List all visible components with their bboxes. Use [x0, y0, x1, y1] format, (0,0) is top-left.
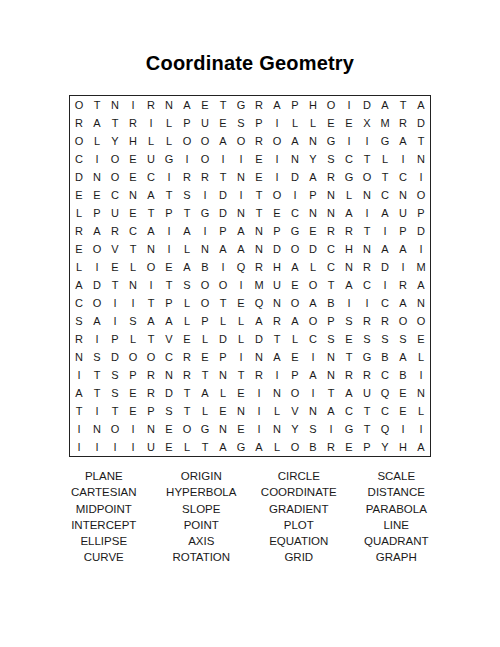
- grid-cell[interactable]: O: [268, 186, 286, 204]
- grid-cell[interactable]: R: [376, 312, 394, 330]
- grid-cell[interactable]: S: [304, 420, 322, 438]
- grid-cell[interactable]: L: [178, 294, 196, 312]
- grid-cell[interactable]: I: [358, 294, 376, 312]
- grid-cell[interactable]: A: [214, 240, 232, 258]
- grid-cell[interactable]: P: [160, 294, 178, 312]
- grid-cell[interactable]: E: [196, 96, 214, 114]
- grid-cell[interactable]: R: [250, 96, 268, 114]
- grid-cell[interactable]: D: [268, 240, 286, 258]
- grid-cell[interactable]: L: [70, 258, 88, 276]
- grid-cell[interactable]: E: [304, 222, 322, 240]
- grid-cell[interactable]: E: [340, 330, 358, 348]
- grid-cell[interactable]: L: [142, 132, 160, 150]
- grid-cell[interactable]: D: [70, 168, 88, 186]
- grid-cell[interactable]: A: [88, 114, 106, 132]
- grid-cell[interactable]: O: [70, 96, 88, 114]
- grid-cell[interactable]: N: [88, 420, 106, 438]
- grid-cell[interactable]: E: [70, 186, 88, 204]
- grid-cell[interactable]: I: [106, 438, 124, 456]
- grid-cell[interactable]: O: [286, 294, 304, 312]
- grid-cell[interactable]: I: [394, 150, 412, 168]
- grid-cell[interactable]: A: [304, 366, 322, 384]
- grid-cell[interactable]: O: [394, 312, 412, 330]
- grid-cell[interactable]: N: [322, 348, 340, 366]
- grid-cell[interactable]: C: [394, 168, 412, 186]
- grid-cell[interactable]: E: [340, 438, 358, 456]
- grid-cell[interactable]: L: [178, 312, 196, 330]
- grid-cell[interactable]: E: [160, 438, 178, 456]
- grid-cell[interactable]: L: [196, 402, 214, 420]
- grid-cell[interactable]: R: [70, 114, 88, 132]
- grid-cell[interactable]: G: [196, 420, 214, 438]
- grid-cell[interactable]: C: [340, 402, 358, 420]
- grid-cell[interactable]: I: [88, 330, 106, 348]
- grid-cell[interactable]: P: [124, 366, 142, 384]
- grid-cell[interactable]: T: [70, 402, 88, 420]
- grid-cell[interactable]: L: [286, 330, 304, 348]
- grid-cell[interactable]: T: [268, 330, 286, 348]
- grid-cell[interactable]: E: [250, 168, 268, 186]
- grid-cell[interactable]: S: [394, 330, 412, 348]
- grid-cell[interactable]: Q: [232, 258, 250, 276]
- grid-cell[interactable]: S: [88, 348, 106, 366]
- grid-cell[interactable]: A: [160, 312, 178, 330]
- grid-cell[interactable]: I: [142, 276, 160, 294]
- grid-cell[interactable]: I: [88, 150, 106, 168]
- grid-cell[interactable]: P: [196, 312, 214, 330]
- grid-cell[interactable]: O: [106, 168, 124, 186]
- grid-cell[interactable]: R: [250, 366, 268, 384]
- grid-cell[interactable]: E: [214, 114, 232, 132]
- grid-cell[interactable]: O: [412, 312, 430, 330]
- grid-cell[interactable]: U: [358, 384, 376, 402]
- grid-cell[interactable]: V: [160, 330, 178, 348]
- grid-cell[interactable]: I: [232, 186, 250, 204]
- grid-cell[interactable]: I: [160, 240, 178, 258]
- grid-cell[interactable]: L: [160, 132, 178, 150]
- grid-cell[interactable]: I: [178, 150, 196, 168]
- grid-cell[interactable]: D: [358, 96, 376, 114]
- grid-cell[interactable]: I: [376, 276, 394, 294]
- grid-cell[interactable]: I: [268, 114, 286, 132]
- grid-cell[interactable]: N: [232, 204, 250, 222]
- grid-cell[interactable]: T: [160, 186, 178, 204]
- grid-cell[interactable]: O: [304, 276, 322, 294]
- grid-cell[interactable]: I: [250, 402, 268, 420]
- grid-cell[interactable]: N: [268, 384, 286, 402]
- grid-cell[interactable]: B: [394, 366, 412, 384]
- grid-cell[interactable]: E: [286, 348, 304, 366]
- grid-cell[interactable]: O: [142, 348, 160, 366]
- grid-cell[interactable]: O: [304, 312, 322, 330]
- grid-cell[interactable]: A: [70, 384, 88, 402]
- grid-cell[interactable]: H: [124, 132, 142, 150]
- grid-cell[interactable]: S: [178, 276, 196, 294]
- grid-cell[interactable]: C: [160, 348, 178, 366]
- grid-cell[interactable]: A: [286, 258, 304, 276]
- grid-cell[interactable]: T: [106, 276, 124, 294]
- grid-cell[interactable]: O: [286, 438, 304, 456]
- grid-cell[interactable]: C: [322, 258, 340, 276]
- grid-cell[interactable]: L: [232, 312, 250, 330]
- grid-cell[interactable]: E: [160, 420, 178, 438]
- grid-cell[interactable]: S: [322, 330, 340, 348]
- grid-cell[interactable]: P: [412, 204, 430, 222]
- grid-cell[interactable]: V: [106, 240, 124, 258]
- grid-cell[interactable]: Y: [304, 150, 322, 168]
- grid-cell[interactable]: N: [304, 402, 322, 420]
- grid-cell[interactable]: N: [88, 168, 106, 186]
- grid-cell[interactable]: R: [142, 96, 160, 114]
- grid-cell[interactable]: I: [394, 258, 412, 276]
- grid-cell[interactable]: R: [358, 312, 376, 330]
- grid-cell[interactable]: T: [358, 420, 376, 438]
- grid-cell[interactable]: A: [412, 276, 430, 294]
- grid-cell[interactable]: U: [394, 204, 412, 222]
- grid-cell[interactable]: N: [394, 186, 412, 204]
- grid-cell[interactable]: C: [70, 150, 88, 168]
- grid-cell[interactable]: O: [178, 132, 196, 150]
- grid-cell[interactable]: O: [106, 420, 124, 438]
- grid-cell[interactable]: L: [304, 114, 322, 132]
- grid-cell[interactable]: I: [412, 420, 430, 438]
- grid-cell[interactable]: E: [70, 240, 88, 258]
- grid-cell[interactable]: I: [70, 366, 88, 384]
- grid-cell[interactable]: D: [106, 348, 124, 366]
- grid-cell[interactable]: I: [232, 150, 250, 168]
- grid-cell[interactable]: I: [196, 186, 214, 204]
- grid-cell[interactable]: T: [142, 330, 160, 348]
- grid-cell[interactable]: R: [70, 222, 88, 240]
- grid-cell[interactable]: T: [88, 366, 106, 384]
- grid-cell[interactable]: A: [376, 96, 394, 114]
- grid-cell[interactable]: E: [160, 258, 178, 276]
- grid-cell[interactable]: S: [70, 312, 88, 330]
- grid-cell[interactable]: P: [394, 222, 412, 240]
- grid-cell[interactable]: C: [70, 294, 88, 312]
- grid-cell[interactable]: A: [214, 438, 232, 456]
- grid-cell[interactable]: I: [268, 168, 286, 186]
- grid-cell[interactable]: T: [232, 366, 250, 384]
- grid-cell[interactable]: E: [250, 150, 268, 168]
- grid-cell[interactable]: N: [358, 186, 376, 204]
- grid-cell[interactable]: A: [394, 294, 412, 312]
- grid-cell[interactable]: C: [376, 186, 394, 204]
- grid-cell[interactable]: R: [394, 276, 412, 294]
- grid-cell[interactable]: T: [196, 438, 214, 456]
- grid-cell[interactable]: Q: [250, 294, 268, 312]
- grid-cell[interactable]: C: [106, 186, 124, 204]
- grid-cell[interactable]: S: [160, 402, 178, 420]
- grid-cell[interactable]: D: [214, 186, 232, 204]
- grid-cell[interactable]: I: [340, 96, 358, 114]
- grid-cell[interactable]: N: [286, 150, 304, 168]
- grid-cell[interactable]: E: [124, 204, 142, 222]
- grid-cell[interactable]: N: [214, 366, 232, 384]
- grid-cell[interactable]: B: [376, 348, 394, 366]
- grid-cell[interactable]: I: [232, 276, 250, 294]
- grid-cell[interactable]: I: [106, 294, 124, 312]
- grid-cell[interactable]: I: [214, 150, 232, 168]
- grid-cell[interactable]: S: [340, 312, 358, 330]
- grid-cell[interactable]: I: [358, 132, 376, 150]
- grid-cell[interactable]: T: [412, 132, 430, 150]
- grid-cell[interactable]: I: [88, 438, 106, 456]
- grid-cell[interactable]: G: [196, 204, 214, 222]
- grid-cell[interactable]: I: [106, 312, 124, 330]
- grid-cell[interactable]: O: [286, 384, 304, 402]
- grid-cell[interactable]: A: [142, 186, 160, 204]
- grid-cell[interactable]: I: [88, 402, 106, 420]
- grid-cell[interactable]: R: [394, 114, 412, 132]
- grid-cell[interactable]: U: [142, 150, 160, 168]
- grid-cell[interactable]: O: [142, 258, 160, 276]
- grid-cell[interactable]: N: [160, 366, 178, 384]
- grid-cell[interactable]: G: [376, 132, 394, 150]
- grid-cell[interactable]: E: [268, 204, 286, 222]
- grid-cell[interactable]: R: [142, 384, 160, 402]
- grid-cell[interactable]: E: [106, 258, 124, 276]
- grid-cell[interactable]: A: [322, 402, 340, 420]
- grid-cell[interactable]: I: [196, 222, 214, 240]
- grid-cell[interactable]: E: [232, 294, 250, 312]
- grid-cell[interactable]: A: [178, 222, 196, 240]
- grid-cell[interactable]: A: [304, 168, 322, 186]
- grid-cell[interactable]: L: [160, 114, 178, 132]
- grid-cell[interactable]: I: [214, 258, 232, 276]
- grid-cell[interactable]: O: [214, 276, 232, 294]
- grid-cell[interactable]: N: [250, 348, 268, 366]
- grid-cell[interactable]: A: [142, 312, 160, 330]
- grid-cell[interactable]: I: [412, 240, 430, 258]
- grid-cell[interactable]: P: [214, 222, 232, 240]
- grid-cell[interactable]: R: [250, 132, 268, 150]
- grid-cell[interactable]: I: [250, 420, 268, 438]
- grid-cell[interactable]: E: [286, 276, 304, 294]
- grid-cell[interactable]: A: [394, 240, 412, 258]
- grid-cell[interactable]: G: [340, 168, 358, 186]
- grid-cell[interactable]: C: [358, 276, 376, 294]
- grid-cell[interactable]: R: [178, 168, 196, 186]
- grid-cell[interactable]: I: [160, 222, 178, 240]
- grid-cell[interactable]: L: [178, 438, 196, 456]
- grid-cell[interactable]: N: [142, 420, 160, 438]
- grid-cell[interactable]: D: [412, 114, 430, 132]
- grid-cell[interactable]: N: [250, 240, 268, 258]
- grid-cell[interactable]: C: [340, 150, 358, 168]
- grid-cell[interactable]: I: [124, 438, 142, 456]
- grid-cell[interactable]: T: [106, 114, 124, 132]
- grid-cell[interactable]: N: [142, 240, 160, 258]
- grid-cell[interactable]: G: [322, 132, 340, 150]
- grid-cell[interactable]: A: [232, 222, 250, 240]
- grid-cell[interactable]: T: [214, 168, 232, 186]
- grid-cell[interactable]: N: [106, 96, 124, 114]
- grid-cell[interactable]: R: [358, 366, 376, 384]
- grid-cell[interactable]: U: [142, 438, 160, 456]
- grid-cell[interactable]: R: [268, 312, 286, 330]
- grid-cell[interactable]: E: [124, 150, 142, 168]
- grid-cell[interactable]: T: [376, 168, 394, 186]
- grid-cell[interactable]: H: [394, 438, 412, 456]
- grid-cell[interactable]: D: [376, 258, 394, 276]
- grid-cell[interactable]: P: [268, 222, 286, 240]
- grid-cell[interactable]: O: [232, 132, 250, 150]
- grid-cell[interactable]: P: [142, 402, 160, 420]
- grid-cell[interactable]: T: [250, 204, 268, 222]
- grid-cell[interactable]: A: [376, 240, 394, 258]
- grid-cell[interactable]: E: [394, 402, 412, 420]
- grid-cell[interactable]: D: [160, 384, 178, 402]
- grid-cell[interactable]: O: [196, 132, 214, 150]
- grid-cell[interactable]: D: [214, 204, 232, 222]
- grid-cell[interactable]: I: [160, 168, 178, 186]
- grid-cell[interactable]: I: [394, 420, 412, 438]
- grid-cell[interactable]: L: [196, 330, 214, 348]
- grid-cell[interactable]: E: [394, 384, 412, 402]
- grid-cell[interactable]: A: [286, 312, 304, 330]
- grid-cell[interactable]: Y: [106, 132, 124, 150]
- grid-cell[interactable]: T: [214, 294, 232, 312]
- grid-cell[interactable]: E: [322, 114, 340, 132]
- grid-cell[interactable]: A: [412, 96, 430, 114]
- grid-cell[interactable]: L: [214, 312, 232, 330]
- grid-cell[interactable]: N: [322, 204, 340, 222]
- grid-cell[interactable]: R: [178, 366, 196, 384]
- grid-cell[interactable]: P: [322, 312, 340, 330]
- grid-cell[interactable]: S: [124, 312, 142, 330]
- grid-cell[interactable]: G: [232, 96, 250, 114]
- grid-cell[interactable]: R: [322, 168, 340, 186]
- grid-cell[interactable]: S: [106, 366, 124, 384]
- grid-cell[interactable]: L: [124, 258, 142, 276]
- grid-cell[interactable]: M: [376, 114, 394, 132]
- grid-cell[interactable]: N: [322, 366, 340, 384]
- grid-cell[interactable]: C: [376, 402, 394, 420]
- grid-cell[interactable]: A: [214, 132, 232, 150]
- grid-cell[interactable]: L: [232, 330, 250, 348]
- grid-cell[interactable]: A: [196, 384, 214, 402]
- grid-cell[interactable]: B: [322, 294, 340, 312]
- grid-cell[interactable]: C: [322, 240, 340, 258]
- grid-cell[interactable]: I: [124, 420, 142, 438]
- grid-cell[interactable]: A: [178, 96, 196, 114]
- grid-cell[interactable]: T: [340, 348, 358, 366]
- grid-cell[interactable]: L: [286, 114, 304, 132]
- grid-cell[interactable]: G: [232, 438, 250, 456]
- grid-cell[interactable]: M: [412, 258, 430, 276]
- grid-cell[interactable]: T: [178, 384, 196, 402]
- grid-cell[interactable]: N: [124, 186, 142, 204]
- grid-cell[interactable]: D: [286, 168, 304, 186]
- grid-cell[interactable]: C: [376, 294, 394, 312]
- grid-cell[interactable]: P: [286, 96, 304, 114]
- grid-cell[interactable]: A: [268, 348, 286, 366]
- grid-cell[interactable]: R: [196, 168, 214, 186]
- grid-cell[interactable]: S: [376, 330, 394, 348]
- grid-cell[interactable]: R: [70, 330, 88, 348]
- grid-cell[interactable]: O: [70, 132, 88, 150]
- grid-cell[interactable]: T: [88, 96, 106, 114]
- grid-cell[interactable]: Y: [376, 438, 394, 456]
- grid-cell[interactable]: D: [214, 330, 232, 348]
- grid-cell[interactable]: A: [286, 132, 304, 150]
- grid-cell[interactable]: C: [286, 204, 304, 222]
- grid-cell[interactable]: O: [196, 150, 214, 168]
- grid-cell[interactable]: G: [286, 222, 304, 240]
- grid-cell[interactable]: T: [322, 276, 340, 294]
- grid-cell[interactable]: T: [322, 384, 340, 402]
- grid-cell[interactable]: G: [340, 420, 358, 438]
- grid-cell[interactable]: E: [340, 114, 358, 132]
- grid-cell[interactable]: M: [250, 276, 268, 294]
- grid-cell[interactable]: T: [124, 240, 142, 258]
- grid-cell[interactable]: N: [268, 294, 286, 312]
- grid-cell[interactable]: A: [340, 384, 358, 402]
- grid-cell[interactable]: I: [232, 348, 250, 366]
- grid-cell[interactable]: Q: [376, 384, 394, 402]
- grid-cell[interactable]: A: [304, 294, 322, 312]
- grid-cell[interactable]: A: [142, 222, 160, 240]
- grid-cell[interactable]: T: [142, 204, 160, 222]
- grid-cell[interactable]: T: [358, 222, 376, 240]
- grid-cell[interactable]: N: [358, 240, 376, 258]
- grid-cell[interactable]: R: [142, 366, 160, 384]
- grid-cell[interactable]: L: [268, 402, 286, 420]
- grid-cell[interactable]: T: [214, 96, 232, 114]
- grid-cell[interactable]: I: [304, 348, 322, 366]
- grid-cell[interactable]: R: [250, 258, 268, 276]
- grid-cell[interactable]: O: [268, 132, 286, 150]
- grid-cell[interactable]: A: [340, 276, 358, 294]
- grid-cell[interactable]: I: [286, 186, 304, 204]
- grid-cell[interactable]: N: [160, 96, 178, 114]
- grid-cell[interactable]: D: [250, 330, 268, 348]
- grid-cell[interactable]: A: [268, 96, 286, 114]
- grid-cell[interactable]: O: [196, 294, 214, 312]
- grid-cell[interactable]: C: [124, 222, 142, 240]
- grid-cell[interactable]: Q: [376, 420, 394, 438]
- grid-cell[interactable]: T: [394, 96, 412, 114]
- grid-cell[interactable]: I: [250, 384, 268, 402]
- grid-cell[interactable]: R: [340, 366, 358, 384]
- grid-cell[interactable]: N: [196, 240, 214, 258]
- grid-cell[interactable]: L: [304, 258, 322, 276]
- grid-cell[interactable]: E: [412, 330, 430, 348]
- grid-cell[interactable]: L: [412, 348, 430, 366]
- grid-cell[interactable]: P: [160, 204, 178, 222]
- grid-cell[interactable]: N: [340, 258, 358, 276]
- grid-cell[interactable]: T: [142, 294, 160, 312]
- grid-cell[interactable]: S: [232, 114, 250, 132]
- grid-cell[interactable]: U: [196, 114, 214, 132]
- grid-cell[interactable]: T: [358, 402, 376, 420]
- grid-cell[interactable]: H: [340, 240, 358, 258]
- grid-cell[interactable]: I: [340, 294, 358, 312]
- grid-cell[interactable]: P: [178, 114, 196, 132]
- grid-cell[interactable]: I: [142, 114, 160, 132]
- grid-cell[interactable]: P: [286, 366, 304, 384]
- grid-cell[interactable]: N: [412, 150, 430, 168]
- grid-cell[interactable]: I: [124, 294, 142, 312]
- grid-cell[interactable]: E: [124, 402, 142, 420]
- grid-cell[interactable]: N: [214, 420, 232, 438]
- grid-cell[interactable]: H: [268, 258, 286, 276]
- grid-cell[interactable]: D: [88, 276, 106, 294]
- grid-cell[interactable]: O: [124, 348, 142, 366]
- grid-cell[interactable]: S: [358, 330, 376, 348]
- grid-cell[interactable]: C: [304, 330, 322, 348]
